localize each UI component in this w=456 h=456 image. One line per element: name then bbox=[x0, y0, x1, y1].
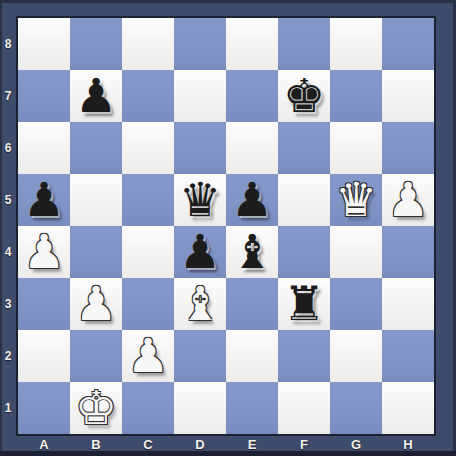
square-g4[interactable] bbox=[330, 226, 382, 278]
square-f5[interactable] bbox=[278, 174, 330, 226]
rank-label-4: 4 bbox=[0, 226, 16, 278]
square-h2[interactable] bbox=[382, 330, 434, 382]
rank-label-1: 1 bbox=[0, 382, 16, 434]
white-pawn[interactable]: ♟ bbox=[127, 330, 169, 382]
square-f1[interactable] bbox=[278, 382, 330, 434]
square-a5[interactable]: ♟ bbox=[18, 174, 70, 226]
file-labels: ABCDEFGH bbox=[18, 437, 434, 453]
square-c5[interactable] bbox=[122, 174, 174, 226]
rank-label-8: 8 bbox=[0, 18, 16, 70]
square-e7[interactable] bbox=[226, 70, 278, 122]
file-label-d: D bbox=[174, 437, 226, 453]
square-g8[interactable] bbox=[330, 18, 382, 70]
frame-edge-top bbox=[0, 0, 456, 3]
square-g2[interactable] bbox=[330, 330, 382, 382]
rank-label-2: 2 bbox=[0, 330, 16, 382]
square-f4[interactable] bbox=[278, 226, 330, 278]
file-label-b: B bbox=[70, 437, 122, 453]
square-c2[interactable]: ♟ bbox=[122, 330, 174, 382]
square-c3[interactable] bbox=[122, 278, 174, 330]
square-c7[interactable] bbox=[122, 70, 174, 122]
file-label-h: H bbox=[382, 437, 434, 453]
square-b2[interactable] bbox=[70, 330, 122, 382]
square-h3[interactable] bbox=[382, 278, 434, 330]
square-h8[interactable] bbox=[382, 18, 434, 70]
square-f8[interactable] bbox=[278, 18, 330, 70]
square-d8[interactable] bbox=[174, 18, 226, 70]
rank-label-5: 5 bbox=[0, 174, 16, 226]
square-b8[interactable] bbox=[70, 18, 122, 70]
white-pawn[interactable]: ♟ bbox=[387, 174, 429, 226]
square-g5[interactable]: ♛ bbox=[330, 174, 382, 226]
black-pawn[interactable]: ♟ bbox=[179, 226, 221, 278]
square-a1[interactable] bbox=[18, 382, 70, 434]
file-label-f: F bbox=[278, 437, 330, 453]
square-d4[interactable]: ♟ bbox=[174, 226, 226, 278]
rank-label-6: 6 bbox=[0, 122, 16, 174]
square-e1[interactable] bbox=[226, 382, 278, 434]
black-queen[interactable]: ♛ bbox=[179, 174, 221, 226]
square-c8[interactable] bbox=[122, 18, 174, 70]
square-f3[interactable]: ♜ bbox=[278, 278, 330, 330]
square-e6[interactable] bbox=[226, 122, 278, 174]
square-h4[interactable] bbox=[382, 226, 434, 278]
square-g1[interactable] bbox=[330, 382, 382, 434]
square-d6[interactable] bbox=[174, 122, 226, 174]
chess-board: ♟♚♟♛♟♛♟♟♟♝♟♝♜♟♚ bbox=[16, 16, 436, 436]
square-a6[interactable] bbox=[18, 122, 70, 174]
square-d7[interactable] bbox=[174, 70, 226, 122]
square-e2[interactable] bbox=[226, 330, 278, 382]
square-e5[interactable]: ♟ bbox=[226, 174, 278, 226]
square-d3[interactable]: ♝ bbox=[174, 278, 226, 330]
file-label-e: E bbox=[226, 437, 278, 453]
black-bishop[interactable]: ♝ bbox=[231, 226, 273, 278]
black-pawn[interactable]: ♟ bbox=[231, 174, 273, 226]
chess-board-frame: 87654321 ABCDEFGH ♟♚♟♛♟♛♟♟♟♝♟♝♜♟♚ bbox=[0, 0, 456, 456]
white-king[interactable]: ♚ bbox=[75, 382, 117, 434]
white-bishop[interactable]: ♝ bbox=[179, 278, 221, 330]
square-g3[interactable] bbox=[330, 278, 382, 330]
square-h6[interactable] bbox=[382, 122, 434, 174]
square-e3[interactable] bbox=[226, 278, 278, 330]
square-a8[interactable] bbox=[18, 18, 70, 70]
square-f2[interactable] bbox=[278, 330, 330, 382]
square-h1[interactable] bbox=[382, 382, 434, 434]
square-b3[interactable]: ♟ bbox=[70, 278, 122, 330]
rank-labels: 87654321 bbox=[0, 18, 16, 434]
square-f7[interactable]: ♚ bbox=[278, 70, 330, 122]
file-label-a: A bbox=[18, 437, 70, 453]
square-e8[interactable] bbox=[226, 18, 278, 70]
square-b1[interactable]: ♚ bbox=[70, 382, 122, 434]
square-b6[interactable] bbox=[70, 122, 122, 174]
black-rook[interactable]: ♜ bbox=[283, 278, 325, 330]
black-pawn[interactable]: ♟ bbox=[23, 174, 65, 226]
file-label-g: G bbox=[330, 437, 382, 453]
white-pawn[interactable]: ♟ bbox=[23, 226, 65, 278]
file-label-c: C bbox=[122, 437, 174, 453]
black-pawn[interactable]: ♟ bbox=[75, 70, 117, 122]
square-a2[interactable] bbox=[18, 330, 70, 382]
square-b4[interactable] bbox=[70, 226, 122, 278]
square-g7[interactable] bbox=[330, 70, 382, 122]
square-f6[interactable] bbox=[278, 122, 330, 174]
square-h5[interactable]: ♟ bbox=[382, 174, 434, 226]
rank-label-7: 7 bbox=[0, 70, 16, 122]
square-c1[interactable] bbox=[122, 382, 174, 434]
square-b7[interactable]: ♟ bbox=[70, 70, 122, 122]
white-pawn[interactable]: ♟ bbox=[75, 278, 117, 330]
rank-label-3: 3 bbox=[0, 278, 16, 330]
square-a7[interactable] bbox=[18, 70, 70, 122]
square-h7[interactable] bbox=[382, 70, 434, 122]
white-queen[interactable]: ♛ bbox=[335, 174, 377, 226]
square-b5[interactable] bbox=[70, 174, 122, 226]
square-d5[interactable]: ♛ bbox=[174, 174, 226, 226]
square-d2[interactable] bbox=[174, 330, 226, 382]
square-a3[interactable] bbox=[18, 278, 70, 330]
black-king[interactable]: ♚ bbox=[283, 70, 325, 122]
square-d1[interactable] bbox=[174, 382, 226, 434]
square-g6[interactable] bbox=[330, 122, 382, 174]
square-c6[interactable] bbox=[122, 122, 174, 174]
square-a4[interactable]: ♟ bbox=[18, 226, 70, 278]
square-c4[interactable] bbox=[122, 226, 174, 278]
square-e4[interactable]: ♝ bbox=[226, 226, 278, 278]
